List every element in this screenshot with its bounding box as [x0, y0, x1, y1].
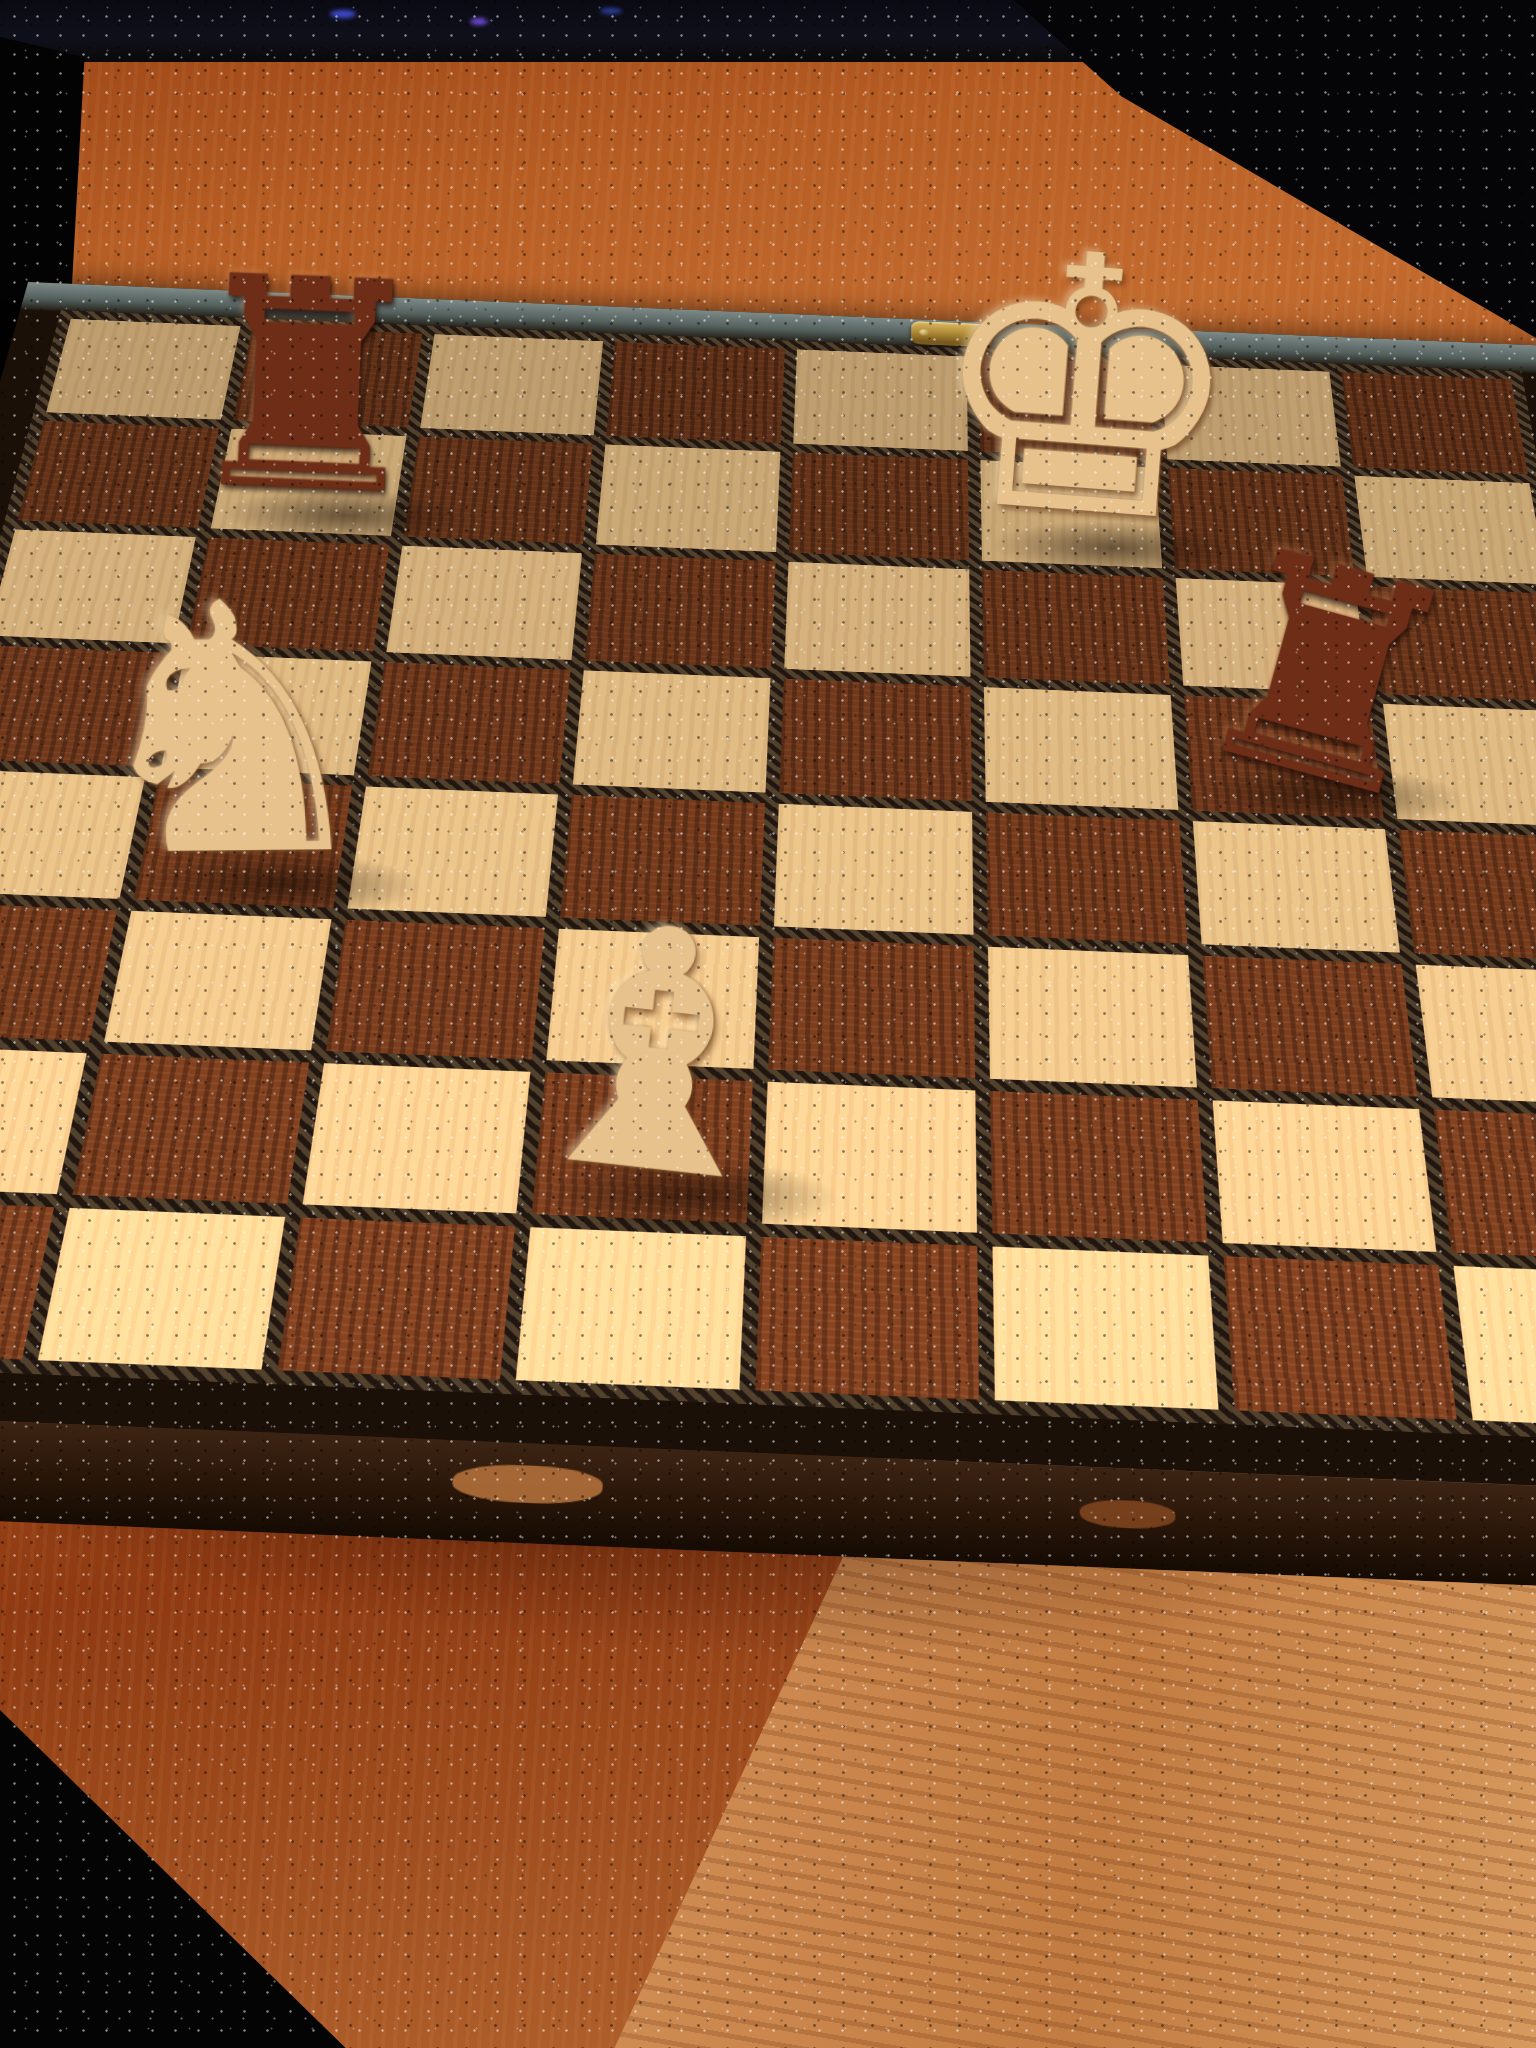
piece-spot-b7: ♜: [150, 324, 479, 541]
piece-black-rook-b7[interactable]: ♜: [171, 237, 443, 537]
photo-canvas: ♜♚♜♞♝: [0, 0, 1536, 2048]
piece-spot-g5: ♜: [1116, 591, 1449, 825]
piece-spot-b4: ♞: [66, 635, 436, 915]
pieces-layer: ♜♚♜♞♝: [0, 282, 1536, 1597]
board-tilt-wrapper: ♜♚♜♞♝: [0, 282, 1536, 1685]
piece-white-bishop-d2[interactable]: ♝: [491, 871, 825, 1235]
background-dark-strip: [0, 0, 1160, 62]
background-light-glint: [470, 18, 488, 25]
background-light-glint: [330, 10, 356, 18]
chess-board-3d: ♜♚♜♞♝: [0, 282, 1536, 1597]
piece-spot-d2: ♝: [460, 935, 826, 1230]
piece-white-king-f7[interactable]: ♚: [913, 199, 1257, 577]
background-light-glint: [600, 8, 622, 14]
piece-spot-f7: ♚: [922, 314, 1223, 574]
piece-white-knight-b4[interactable]: ♞: [75, 557, 388, 905]
